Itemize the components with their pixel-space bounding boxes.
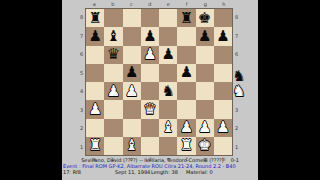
square-e7[interactable] (159, 27, 177, 45)
coord-label: e (159, 1, 178, 7)
material-balance-indicator: ♞ ♞ (233, 69, 245, 99)
player-names: Sevillano, David (????) -- Ikellaria, Te… (81, 157, 224, 163)
square-e2[interactable]: ♝ (159, 119, 177, 137)
material-count: Material: 0 (186, 170, 213, 176)
square-f4[interactable] (177, 82, 195, 100)
square-b8[interactable] (104, 9, 122, 27)
black-pawn: ♟ (125, 65, 138, 80)
square-d8[interactable] (141, 9, 159, 27)
black-rook: ♜ (88, 11, 101, 26)
square-h4[interactable] (214, 82, 232, 100)
square-f8[interactable]: ♜ (177, 9, 195, 27)
details-line: 17: Rf8 Sept 11, 1994 Length: 38 Materia… (63, 170, 257, 176)
square-g8[interactable]: ♚ (196, 9, 214, 27)
white-pawn: ♟ (198, 120, 211, 135)
square-e4[interactable]: ♞ (159, 82, 177, 100)
square-g2[interactable]: ♟ (196, 119, 214, 137)
last-move: 17: Rf8 (63, 170, 81, 176)
chess-board: ♜♜♚♟♝♟♟♟♛♟♟♟♟♟♟♞♟♛♝♟♟♟♜♝♜♚ (85, 8, 233, 156)
square-d6[interactable]: ♟ (141, 46, 159, 64)
black-pawn: ♟ (143, 29, 156, 44)
square-d2[interactable] (141, 119, 159, 137)
square-a6[interactable] (86, 46, 104, 64)
square-c5[interactable]: ♟ (123, 64, 141, 82)
black-pawn: ♟ (88, 29, 101, 44)
coord-label: d (141, 1, 160, 7)
square-e5[interactable] (159, 64, 177, 82)
square-h2[interactable]: ♟ (214, 119, 232, 137)
square-e1[interactable] (159, 137, 177, 155)
square-a4[interactable] (86, 82, 104, 100)
square-f3[interactable] (177, 100, 195, 118)
coord-label: 7 (234, 27, 239, 46)
game-info-footer: Sevillano, David (????) -- Ikellaria, Te… (63, 158, 257, 176)
square-b7[interactable]: ♝ (104, 27, 122, 45)
coord-label: 6 (234, 45, 239, 64)
black-king: ♚ (198, 11, 211, 26)
coord-label: 6 (79, 45, 84, 64)
coord-label: 4 (79, 82, 84, 101)
coord-label: 2 (79, 119, 84, 138)
square-g5[interactable] (196, 64, 214, 82)
black-pawn: ♟ (161, 47, 174, 62)
square-g7[interactable]: ♟ (196, 27, 214, 45)
game-length: Length: 38 (151, 170, 178, 176)
chess-viewer-panel: abcdefgh abcdefgh 87654321 87654321 ♜♜♚♟… (62, 0, 258, 180)
square-f5[interactable]: ♟ (177, 64, 195, 82)
square-h5[interactable] (214, 64, 232, 82)
square-b1[interactable] (104, 137, 122, 155)
coord-label: b (104, 1, 123, 7)
square-c2[interactable] (123, 119, 141, 137)
square-c1[interactable]: ♝ (123, 137, 141, 155)
coord-label: 8 (234, 8, 239, 27)
coord-label: 7 (79, 27, 84, 46)
white-pawn: ♟ (88, 102, 101, 117)
square-h6[interactable] (214, 46, 232, 64)
video-frame: abcdefgh abcdefgh 87654321 87654321 ♜♜♚♟… (0, 0, 320, 180)
square-e8[interactable] (159, 9, 177, 27)
white-rook: ♜ (88, 138, 101, 153)
square-a5[interactable] (86, 64, 104, 82)
white-king: ♚ (198, 138, 211, 153)
black-pawn: ♟ (198, 29, 211, 44)
square-f6[interactable] (177, 46, 195, 64)
coord-label: 3 (234, 101, 239, 120)
square-f7[interactable] (177, 27, 195, 45)
square-d5[interactable] (141, 64, 159, 82)
square-d3[interactable]: ♛ (141, 100, 159, 118)
square-g6[interactable] (196, 46, 214, 64)
coord-label: a (85, 1, 104, 7)
white-rook: ♜ (180, 138, 193, 153)
square-h1[interactable] (214, 137, 232, 155)
square-g1[interactable]: ♚ (196, 137, 214, 155)
white-pawn: ♟ (143, 47, 156, 62)
file-labels-top: abcdefgh (85, 1, 233, 7)
black-pawn: ♟ (216, 29, 229, 44)
coord-label: h (215, 1, 234, 7)
coord-label: 1 (234, 138, 239, 157)
black-bishop: ♝ (107, 29, 120, 44)
coord-label: c (122, 1, 141, 7)
square-a1[interactable]: ♜ (86, 137, 104, 155)
square-f1[interactable]: ♜ (177, 137, 195, 155)
coord-label: 3 (79, 101, 84, 120)
square-a3[interactable]: ♟ (86, 100, 104, 118)
game-result: 0-1 (231, 157, 239, 163)
square-a7[interactable]: ♟ (86, 27, 104, 45)
white-pawn: ♟ (216, 120, 229, 135)
square-b6[interactable]: ♛ (104, 46, 122, 64)
coord-label: 8 (79, 8, 84, 27)
square-g4[interactable] (196, 82, 214, 100)
square-b4[interactable]: ♟ (104, 82, 122, 100)
square-b3[interactable] (104, 100, 122, 118)
square-d1[interactable] (141, 137, 159, 155)
square-b2[interactable] (104, 119, 122, 137)
square-b5[interactable] (104, 64, 122, 82)
square-c4[interactable]: ♟ (123, 82, 141, 100)
square-d4[interactable] (141, 82, 159, 100)
square-c8[interactable] (123, 9, 141, 27)
square-c6[interactable] (123, 46, 141, 64)
white-bishop: ♝ (125, 138, 138, 153)
square-a8[interactable]: ♜ (86, 9, 104, 27)
white-bishop: ♝ (161, 120, 174, 135)
white-pawn: ♟ (107, 84, 120, 99)
white-pawn: ♟ (180, 120, 193, 135)
coord-label: 2 (234, 119, 239, 138)
rank-labels-left: 87654321 (79, 8, 84, 156)
square-f2[interactable]: ♟ (177, 119, 195, 137)
coord-label: g (196, 1, 215, 7)
black-pawn: ♟ (180, 65, 193, 80)
white-queen: ♛ (143, 102, 156, 117)
square-h7[interactable]: ♟ (214, 27, 232, 45)
coord-label: f (178, 1, 197, 7)
square-h8[interactable] (214, 9, 232, 27)
black-queen: ♛ (107, 47, 120, 62)
square-c7[interactable] (123, 27, 141, 45)
coord-label: 5 (79, 64, 84, 83)
square-h3[interactable] (214, 100, 232, 118)
captured-white-knight-icon: ♞ (232, 84, 245, 99)
game-date: Sept 11, 1994 (115, 170, 150, 176)
square-c3[interactable] (123, 100, 141, 118)
coord-label: 1 (79, 138, 84, 157)
black-knight: ♞ (161, 84, 174, 99)
square-e6[interactable]: ♟ (159, 46, 177, 64)
square-a2[interactable] (86, 119, 104, 137)
black-rook: ♜ (180, 11, 193, 26)
square-d7[interactable]: ♟ (141, 27, 159, 45)
square-g3[interactable] (196, 100, 214, 118)
white-pawn: ♟ (125, 84, 138, 99)
square-e3[interactable] (159, 100, 177, 118)
